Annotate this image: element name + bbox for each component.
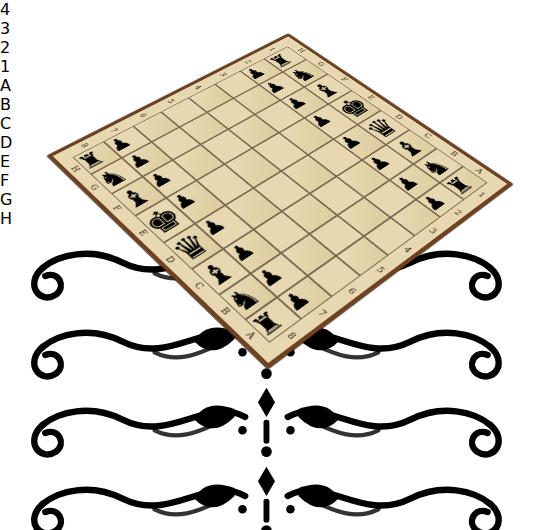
rank-label: 4 bbox=[0, 0, 533, 19]
rank-label: 3 bbox=[0, 19, 533, 38]
frame-corner bbox=[488, 176, 508, 190]
black-bishop: ♝ bbox=[386, 133, 432, 164]
black-pawn: ♟ bbox=[280, 92, 312, 113]
carving-ornament-icon bbox=[0, 385, 533, 460]
carving-ornament-icon bbox=[0, 464, 533, 530]
